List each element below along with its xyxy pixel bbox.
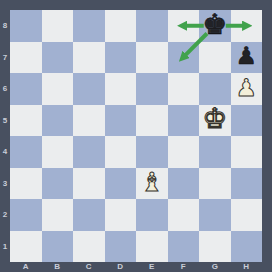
square-d3[interactable] [105, 168, 137, 200]
square-g4[interactable] [199, 136, 231, 168]
square-a5[interactable] [10, 105, 42, 137]
square-d2[interactable] [105, 199, 137, 231]
square-d8[interactable] [105, 10, 137, 42]
white-bishop[interactable]: ♝ [140, 169, 163, 195]
square-d6[interactable] [105, 73, 137, 105]
white-king[interactable]: ♚ [202, 105, 227, 133]
square-c5[interactable] [73, 105, 105, 137]
square-a4[interactable] [10, 136, 42, 168]
square-a6[interactable] [10, 73, 42, 105]
square-c1[interactable] [73, 231, 105, 263]
black-pawn[interactable]: ♟ [235, 44, 257, 68]
file-label-f: F [168, 261, 200, 272]
square-e5[interactable] [136, 105, 168, 137]
rank-label-3: 3 [0, 168, 10, 200]
square-f3[interactable] [168, 168, 200, 200]
rank-label-6: 6 [0, 73, 10, 105]
square-a3[interactable] [10, 168, 42, 200]
chess-board-frame: ♚♟♟♚♝ 87654321 ABCDEFGH [0, 0, 272, 272]
square-a2[interactable] [10, 199, 42, 231]
square-h7[interactable]: ♟ [231, 42, 263, 74]
square-g8[interactable]: ♚ [199, 10, 231, 42]
file-label-b: B [42, 261, 74, 272]
square-c7[interactable] [73, 42, 105, 74]
square-e8[interactable] [136, 10, 168, 42]
square-f7[interactable] [168, 42, 200, 74]
square-b6[interactable] [42, 73, 74, 105]
square-f2[interactable] [168, 199, 200, 231]
square-c4[interactable] [73, 136, 105, 168]
square-c8[interactable] [73, 10, 105, 42]
square-b3[interactable] [42, 168, 74, 200]
square-a7[interactable] [10, 42, 42, 74]
file-label-d: D [105, 261, 137, 272]
square-e4[interactable] [136, 136, 168, 168]
square-a8[interactable] [10, 10, 42, 42]
square-f8[interactable] [168, 10, 200, 42]
square-b1[interactable] [42, 231, 74, 263]
rank-label-7: 7 [0, 42, 10, 74]
black-king[interactable]: ♚ [202, 11, 227, 39]
square-h8[interactable] [231, 10, 263, 42]
square-b2[interactable] [42, 199, 74, 231]
square-e3[interactable]: ♝ [136, 168, 168, 200]
file-label-a: A [10, 261, 42, 272]
file-label-e: E [136, 261, 168, 272]
white-pawn[interactable]: ♟ [235, 76, 257, 100]
square-g7[interactable] [199, 42, 231, 74]
square-d7[interactable] [105, 42, 137, 74]
square-c3[interactable] [73, 168, 105, 200]
square-h5[interactable] [231, 105, 263, 137]
square-a1[interactable] [10, 231, 42, 263]
square-e1[interactable] [136, 231, 168, 263]
rank-label-2: 2 [0, 199, 10, 231]
rank-label-5: 5 [0, 105, 10, 137]
square-e7[interactable] [136, 42, 168, 74]
square-g6[interactable] [199, 73, 231, 105]
square-c2[interactable] [73, 199, 105, 231]
square-b5[interactable] [42, 105, 74, 137]
square-h2[interactable] [231, 199, 263, 231]
square-c6[interactable] [73, 73, 105, 105]
square-f4[interactable] [168, 136, 200, 168]
square-b4[interactable] [42, 136, 74, 168]
square-e6[interactable] [136, 73, 168, 105]
square-f1[interactable] [168, 231, 200, 263]
square-f6[interactable] [168, 73, 200, 105]
square-e2[interactable] [136, 199, 168, 231]
square-f5[interactable] [168, 105, 200, 137]
square-h4[interactable] [231, 136, 263, 168]
square-g1[interactable] [199, 231, 231, 263]
rank-label-8: 8 [0, 10, 10, 42]
chess-board: ♚♟♟♚♝ [10, 10, 262, 262]
square-g3[interactable] [199, 168, 231, 200]
file-label-h: H [231, 261, 263, 272]
rank-label-4: 4 [0, 136, 10, 168]
square-d1[interactable] [105, 231, 137, 263]
file-label-g: G [199, 261, 231, 272]
square-h3[interactable] [231, 168, 263, 200]
square-b8[interactable] [42, 10, 74, 42]
rank-label-1: 1 [0, 231, 10, 263]
file-label-c: C [73, 261, 105, 272]
square-d5[interactable] [105, 105, 137, 137]
square-g2[interactable] [199, 199, 231, 231]
square-d4[interactable] [105, 136, 137, 168]
square-h6[interactable]: ♟ [231, 73, 263, 105]
square-b7[interactable] [42, 42, 74, 74]
square-h1[interactable] [231, 231, 263, 263]
square-g5[interactable]: ♚ [199, 105, 231, 137]
